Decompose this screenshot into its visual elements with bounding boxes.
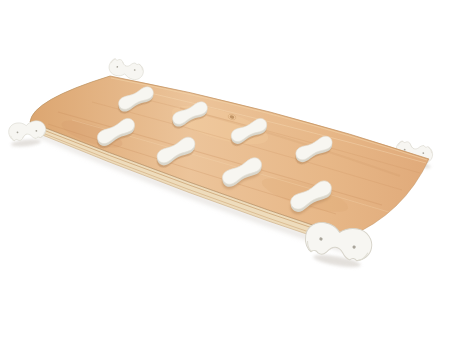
product-photo bbox=[0, 0, 450, 338]
product-photo-stage bbox=[0, 0, 450, 338]
